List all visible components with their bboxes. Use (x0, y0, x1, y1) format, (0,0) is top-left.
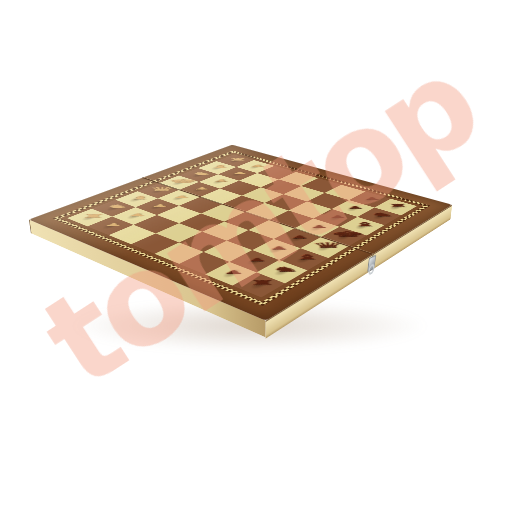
white-knight-glyph: ♞ (189, 172, 212, 176)
white-rook-glyph: ♜ (227, 158, 247, 161)
product-photo-scene: ♜♞♝♛♚♝♞♜♟♟♟♟♟♟♟♟♟♟♟♟♟♟♟♟♜♞♝♛♚♞♝♜ (0, 0, 512, 512)
white-bishop-glyph: ♝ (208, 164, 232, 168)
white-pawn-glyph: ♟ (212, 179, 229, 182)
chess-board: ♜♞♝♛♚♝♞♜♟♟♟♟♟♟♟♟♟♟♟♟♟♟♟♟♜♞♝♛♚♞♝♜ (29, 145, 452, 321)
border-inner-band (60, 153, 424, 302)
board-grid (67, 154, 417, 297)
white-king-glyph: ♚ (166, 178, 198, 183)
black-pawn-glyph: ♟ (362, 197, 380, 200)
black-pawn-glyph: ♟ (345, 206, 364, 209)
white-pawn-glyph: ♟ (172, 195, 190, 198)
metal-clasp (367, 255, 376, 273)
black-rook-glyph: ♜ (385, 203, 410, 207)
white-pawn-glyph: ♟ (150, 204, 169, 207)
white-bishop-glyph: ♝ (126, 195, 154, 200)
white-pawn-glyph: ♟ (193, 187, 210, 190)
white-pawn-glyph: ♟ (249, 164, 265, 167)
white-pawn-glyph: ♟ (231, 172, 247, 175)
white-queen-glyph: ♛ (146, 186, 176, 191)
white-knight-glyph: ♞ (103, 204, 130, 209)
